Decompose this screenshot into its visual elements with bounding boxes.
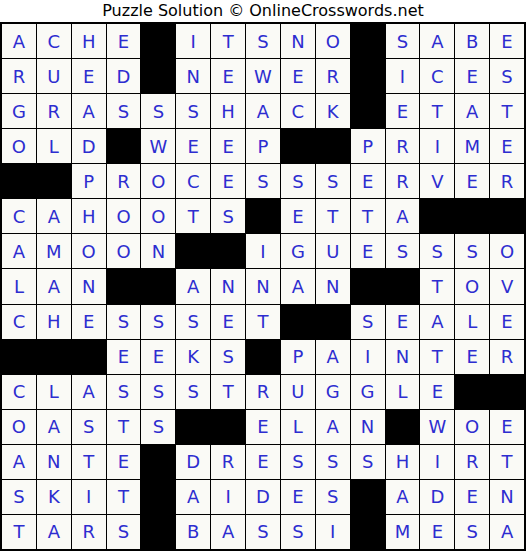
block-cell-r15c5 (141, 515, 175, 549)
letter-cell-r14c12: A (386, 480, 420, 514)
letter-cell-r15c12: M (386, 515, 420, 549)
block-cell-r7c7 (211, 234, 245, 268)
letter-cell-r5c7: E (211, 164, 245, 198)
letter-cell-r4c2: L (37, 129, 71, 163)
letter-cell-r1c1: A (2, 24, 36, 58)
letter-cell-r5c15: R (490, 164, 524, 198)
letter-cell-r1c2: C (37, 24, 71, 58)
block-cell-r7c6 (176, 234, 210, 268)
letter-cell-r2c9: E (281, 59, 315, 93)
letter-cell-r15c1: T (2, 515, 36, 549)
letter-cell-r15c10: I (316, 515, 350, 549)
letter-cell-r4c5: W (141, 129, 175, 163)
letter-cell-r12c14: O (455, 410, 489, 444)
letter-cell-r1c14: B (455, 24, 489, 58)
letter-cell-r8c10: N (316, 269, 350, 303)
letter-cell-r3c4: S (107, 94, 141, 128)
letter-cell-r3c15: T (490, 94, 524, 128)
letter-cell-r8c1: L (2, 269, 36, 303)
letter-cell-r9c1: C (2, 305, 36, 339)
letter-cell-r3c5: S (141, 94, 175, 128)
block-cell-r8c11 (351, 269, 385, 303)
letter-cell-r15c13: E (420, 515, 454, 549)
letter-cell-r11c10: G (316, 375, 350, 409)
letter-cell-r5c11: E (351, 164, 385, 198)
letter-cell-r3c7: H (211, 94, 245, 128)
letter-cell-r14c7: I (211, 480, 245, 514)
block-cell-r14c5 (141, 480, 175, 514)
letter-cell-r5c12: R (386, 164, 420, 198)
letter-cell-r10c6: K (176, 340, 210, 374)
letter-cell-r7c3: O (72, 234, 106, 268)
letter-cell-r4c6: E (176, 129, 210, 163)
letter-cell-r10c10: A (316, 340, 350, 374)
letter-cell-r4c11: P (351, 129, 385, 163)
letter-cell-r8c8: N (246, 269, 280, 303)
letter-cell-r1c6: I (176, 24, 210, 58)
letter-cell-r10c4: E (107, 340, 141, 374)
block-cell-r6c8 (246, 199, 280, 233)
letter-cell-r11c6: S (176, 375, 210, 409)
letter-cell-r2c2: U (37, 59, 71, 93)
block-cell-r2c5 (141, 59, 175, 93)
block-cell-r4c10 (316, 129, 350, 163)
letter-cell-r11c5: S (141, 375, 175, 409)
letter-cell-r3c1: G (2, 94, 36, 128)
letter-cell-r12c10: A (316, 410, 350, 444)
letter-cell-r7c10: U (316, 234, 350, 268)
letter-cell-r2c3: E (72, 59, 106, 93)
letter-cell-r8c3: N (72, 269, 106, 303)
letter-cell-r14c6: A (176, 480, 210, 514)
letter-cell-r14c10: S (316, 480, 350, 514)
letter-cell-r9c11: S (351, 305, 385, 339)
letter-cell-r10c7: S (211, 340, 245, 374)
letter-cell-r4c1: O (2, 129, 36, 163)
letter-cell-r1c15: E (490, 24, 524, 58)
letter-cell-r4c3: D (72, 129, 106, 163)
letter-cell-r3c13: T (420, 94, 454, 128)
letter-cell-r8c14: O (455, 269, 489, 303)
letter-cell-r3c14: A (455, 94, 489, 128)
letter-cell-r14c4: T (107, 480, 141, 514)
letter-cell-r6c10: T (316, 199, 350, 233)
block-cell-r1c11 (351, 24, 385, 58)
block-cell-r12c6 (176, 410, 210, 444)
letter-cell-r8c6: A (176, 269, 210, 303)
letter-cell-r9c14: L (455, 305, 489, 339)
letter-cell-r2c7: E (211, 59, 245, 93)
letter-cell-r2c12: I (386, 59, 420, 93)
letter-cell-r10c14: E (455, 340, 489, 374)
letter-cell-r11c2: L (37, 375, 71, 409)
letter-cell-r9c6: S (176, 305, 210, 339)
letter-cell-r6c12: A (386, 199, 420, 233)
letter-cell-r12c1: O (2, 410, 36, 444)
letter-cell-r15c2: A (37, 515, 71, 549)
letter-cell-r10c15: R (490, 340, 524, 374)
block-cell-r8c12 (386, 269, 420, 303)
letter-cell-r9c8: T (246, 305, 280, 339)
letter-cell-r11c9: U (281, 375, 315, 409)
block-cell-r5c2 (37, 164, 71, 198)
block-cell-r5c1 (2, 164, 36, 198)
letter-cell-r11c8: R (246, 375, 280, 409)
letter-cell-r7c4: O (107, 234, 141, 268)
letter-cell-r5c14: E (455, 164, 489, 198)
letter-cell-r9c5: S (141, 305, 175, 339)
page-title: Puzzle Solution © OnlineCrosswords.net (0, 0, 526, 22)
letter-cell-r15c15: A (490, 515, 524, 549)
letter-cell-r13c3: T (72, 445, 106, 479)
letter-cell-r9c3: E (72, 305, 106, 339)
letter-cell-r14c13: D (420, 480, 454, 514)
block-cell-r4c4 (107, 129, 141, 163)
letter-cell-r3c9: C (281, 94, 315, 128)
letter-cell-r5c5: O (141, 164, 175, 198)
letter-cell-r9c13: A (420, 305, 454, 339)
letter-cell-r14c1: S (2, 480, 36, 514)
block-cell-r8c4 (107, 269, 141, 303)
block-cell-r11c15 (490, 375, 524, 409)
block-cell-r6c15 (490, 199, 524, 233)
letter-cell-r3c10: K (316, 94, 350, 128)
letter-cell-r1c10: O (316, 24, 350, 58)
block-cell-r2c11 (351, 59, 385, 93)
letter-cell-r9c2: H (37, 305, 71, 339)
letter-cell-r12c13: W (420, 410, 454, 444)
letter-cell-r10c13: T (420, 340, 454, 374)
letter-cell-r1c8: S (246, 24, 280, 58)
block-cell-r14c11 (351, 480, 385, 514)
letter-cell-r6c1: C (2, 199, 36, 233)
letter-cell-r15c7: A (211, 515, 245, 549)
letter-cell-r13c14: R (455, 445, 489, 479)
letter-cell-r3c12: E (386, 94, 420, 128)
letter-cell-r3c8: A (246, 94, 280, 128)
block-cell-r9c10 (316, 305, 350, 339)
letter-cell-r7c14: S (455, 234, 489, 268)
block-cell-r6c14 (455, 199, 489, 233)
letter-cell-r5c9: S (281, 164, 315, 198)
letter-cell-r8c7: N (211, 269, 245, 303)
letter-cell-r1c7: T (211, 24, 245, 58)
letter-cell-r15c14: S (455, 515, 489, 549)
block-cell-r6c13 (420, 199, 454, 233)
letter-cell-r12c9: L (281, 410, 315, 444)
letter-cell-r6c3: H (72, 199, 106, 233)
letter-cell-r10c9: P (281, 340, 315, 374)
letter-cell-r12c8: E (246, 410, 280, 444)
letter-cell-r2c13: C (420, 59, 454, 93)
letter-cell-r6c7: S (211, 199, 245, 233)
letter-cell-r8c9: A (281, 269, 315, 303)
letter-cell-r6c9: E (281, 199, 315, 233)
letter-cell-r15c6: B (176, 515, 210, 549)
letter-cell-r11c11: G (351, 375, 385, 409)
letter-cell-r11c1: C (2, 375, 36, 409)
letter-cell-r13c8: E (246, 445, 280, 479)
letter-cell-r4c12: R (386, 129, 420, 163)
letter-cell-r2c6: N (176, 59, 210, 93)
letter-cell-r10c5: E (141, 340, 175, 374)
letter-cell-r7c8: I (246, 234, 280, 268)
block-cell-r10c2 (37, 340, 71, 374)
letter-cell-r2c14: E (455, 59, 489, 93)
letter-cell-r14c8: D (246, 480, 280, 514)
letter-cell-r11c7: T (211, 375, 245, 409)
letter-cell-r7c2: M (37, 234, 71, 268)
letter-cell-r14c15: N (490, 480, 524, 514)
puzzle-solution-page: Puzzle Solution © OnlineCrosswords.net A… (0, 0, 526, 551)
letter-cell-r10c11: I (351, 340, 385, 374)
letter-cell-r12c3: S (72, 410, 106, 444)
block-cell-r1c5 (141, 24, 175, 58)
letter-cell-r14c3: I (72, 480, 106, 514)
letter-cell-r4c8: P (246, 129, 280, 163)
block-cell-r15c11 (351, 515, 385, 549)
block-cell-r11c14 (455, 375, 489, 409)
letter-cell-r13c10: S (316, 445, 350, 479)
block-cell-r10c3 (72, 340, 106, 374)
letter-cell-r7c1: A (2, 234, 36, 268)
letter-cell-r13c6: D (176, 445, 210, 479)
block-cell-r12c7 (211, 410, 245, 444)
letter-cell-r6c6: T (176, 199, 210, 233)
letter-cell-r14c14: E (455, 480, 489, 514)
letter-cell-r5c6: C (176, 164, 210, 198)
letter-cell-r13c9: S (281, 445, 315, 479)
letter-cell-r13c12: H (386, 445, 420, 479)
letter-cell-r6c2: A (37, 199, 71, 233)
letter-cell-r9c7: E (211, 305, 245, 339)
letter-cell-r2c15: S (490, 59, 524, 93)
block-cell-r3c11 (351, 94, 385, 128)
letter-cell-r1c13: A (420, 24, 454, 58)
letter-cell-r12c4: T (107, 410, 141, 444)
block-cell-r10c1 (2, 340, 36, 374)
letter-cell-r12c2: A (37, 410, 71, 444)
letter-cell-r13c15: T (490, 445, 524, 479)
letter-cell-r5c10: S (316, 164, 350, 198)
letter-cell-r11c13: E (420, 375, 454, 409)
letter-cell-r7c12: S (386, 234, 420, 268)
letter-cell-r3c3: A (72, 94, 106, 128)
letter-cell-r8c15: V (490, 269, 524, 303)
letter-cell-r13c13: I (420, 445, 454, 479)
letter-cell-r5c4: R (107, 164, 141, 198)
letter-cell-r4c15: E (490, 129, 524, 163)
letter-cell-r6c4: O (107, 199, 141, 233)
letter-cell-r11c12: L (386, 375, 420, 409)
letter-cell-r7c9: G (281, 234, 315, 268)
letter-cell-r9c4: S (107, 305, 141, 339)
block-cell-r9c9 (281, 305, 315, 339)
letter-cell-r1c3: H (72, 24, 106, 58)
letter-cell-r13c7: R (211, 445, 245, 479)
letter-cell-r14c9: E (281, 480, 315, 514)
letter-cell-r11c3: A (72, 375, 106, 409)
letter-cell-r4c14: M (455, 129, 489, 163)
letter-cell-r1c12: S (386, 24, 420, 58)
letter-cell-r8c2: A (37, 269, 71, 303)
letter-cell-r2c1: R (2, 59, 36, 93)
block-cell-r12c12 (386, 410, 420, 444)
letter-cell-r6c5: O (141, 199, 175, 233)
letter-cell-r1c4: E (107, 24, 141, 58)
letter-cell-r9c15: E (490, 305, 524, 339)
letter-cell-r13c4: E (107, 445, 141, 479)
letter-cell-r13c2: N (37, 445, 71, 479)
letter-cell-r13c1: A (2, 445, 36, 479)
letter-cell-r1c9: N (281, 24, 315, 58)
letter-cell-r9c12: E (386, 305, 420, 339)
block-cell-r10c8 (246, 340, 280, 374)
letter-cell-r5c8: S (246, 164, 280, 198)
letter-cell-r11c4: S (107, 375, 141, 409)
letter-cell-r12c11: N (351, 410, 385, 444)
letter-cell-r7c13: S (420, 234, 454, 268)
letter-cell-r7c5: N (141, 234, 175, 268)
letter-cell-r12c5: S (141, 410, 175, 444)
letter-cell-r15c8: S (246, 515, 280, 549)
letter-cell-r14c2: K (37, 480, 71, 514)
letter-cell-r2c8: W (246, 59, 280, 93)
block-cell-r8c5 (141, 269, 175, 303)
letter-cell-r7c11: E (351, 234, 385, 268)
letter-cell-r15c9: S (281, 515, 315, 549)
letter-cell-r8c13: T (420, 269, 454, 303)
letter-cell-r4c7: E (211, 129, 245, 163)
letter-cell-r13c11: S (351, 445, 385, 479)
letter-cell-r5c13: V (420, 164, 454, 198)
letter-cell-r5c3: P (72, 164, 106, 198)
letter-cell-r10c12: N (386, 340, 420, 374)
crossword-grid: ACHEITSNOSABERUEDNEWERICESGRASSSHACKETAT… (0, 22, 526, 551)
block-cell-r4c9 (281, 129, 315, 163)
letter-cell-r2c4: D (107, 59, 141, 93)
letter-cell-r7c15: O (490, 234, 524, 268)
letter-cell-r2c10: R (316, 59, 350, 93)
letter-cell-r3c6: S (176, 94, 210, 128)
block-cell-r13c5 (141, 445, 175, 479)
letter-cell-r3c2: R (37, 94, 71, 128)
letter-cell-r15c4: S (107, 515, 141, 549)
letter-cell-r6c11: T (351, 199, 385, 233)
letter-cell-r4c13: I (420, 129, 454, 163)
letter-cell-r12c15: E (490, 410, 524, 444)
letter-cell-r15c3: R (72, 515, 106, 549)
